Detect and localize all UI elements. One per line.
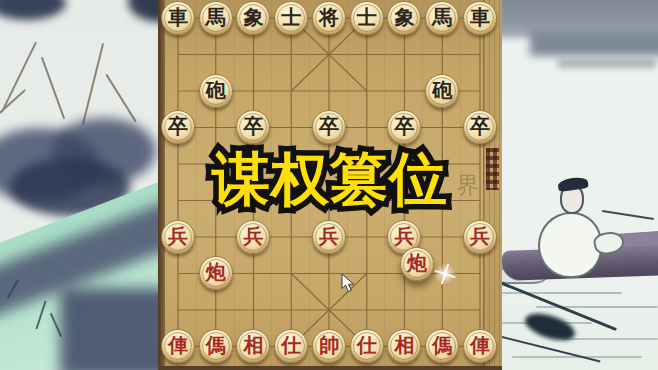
intersection-c3[interactable] (235, 255, 273, 292)
intersection-b1[interactable]: 傌 (197, 328, 235, 365)
ink-branch (41, 57, 65, 120)
intersection-h8[interactable]: 砲 (423, 73, 461, 110)
intersection-a4[interactable]: 兵 (159, 219, 197, 256)
intersection-b9[interactable] (197, 36, 235, 73)
intersection-i10[interactable]: 車 (461, 0, 499, 36)
piece-red-俥[interactable]: 俥 (161, 329, 195, 363)
intersection-h7[interactable] (423, 109, 461, 146)
ink-foliage-top (0, 0, 66, 20)
fisherman-hat (557, 176, 588, 192)
intersection-c9[interactable] (235, 36, 273, 73)
piece-red-仕[interactable]: 仕 (274, 329, 308, 363)
intersection-c2[interactable] (235, 292, 273, 329)
intersection-b8[interactable]: 砲 (197, 73, 235, 110)
intersection-g7[interactable]: 卒 (386, 109, 424, 146)
piece-black-卒[interactable]: 卒 (463, 110, 497, 144)
intersection-a9[interactable] (159, 36, 197, 73)
intersection-f4[interactable] (348, 219, 386, 256)
intersection-a7[interactable]: 卒 (159, 109, 197, 146)
intersection-b7[interactable] (197, 109, 235, 146)
intersection-i8[interactable] (461, 73, 499, 110)
piece-black-士[interactable]: 士 (274, 1, 308, 35)
intersection-g10[interactable]: 象 (386, 0, 424, 36)
piece-black-砲[interactable]: 砲 (425, 74, 459, 108)
piece-red-兵[interactable]: 兵 (236, 220, 270, 254)
fishing-rod (602, 210, 654, 220)
intersection-f7[interactable] (348, 109, 386, 146)
piece-black-将[interactable]: 将 (312, 1, 346, 35)
intersection-h10[interactable]: 馬 (423, 0, 461, 36)
piece-black-卒[interactable]: 卒 (312, 110, 346, 144)
intersection-c4[interactable]: 兵 (235, 219, 273, 256)
ink-hill-shadow (60, 288, 158, 370)
intersection-d1[interactable]: 仕 (272, 328, 310, 365)
click-sparkle-effect (434, 263, 456, 285)
piece-red-兵[interactable]: 兵 (463, 220, 497, 254)
piece-black-馬[interactable]: 馬 (425, 1, 459, 35)
piece-red-相[interactable]: 相 (236, 329, 270, 363)
intersection-e4[interactable]: 兵 (310, 219, 348, 256)
intersection-f1[interactable]: 仕 (348, 328, 386, 365)
piece-red-相[interactable]: 相 (387, 329, 421, 363)
intersection-i4[interactable]: 兵 (461, 219, 499, 256)
piece-red-炮[interactable]: 炮 (199, 256, 233, 290)
intersection-e7[interactable]: 卒 (310, 109, 348, 146)
intersection-e9[interactable] (310, 36, 348, 73)
intersection-g2[interactable] (386, 292, 424, 329)
intersection-a8[interactable] (159, 73, 197, 110)
intersection-h4[interactable] (423, 219, 461, 256)
intersection-f8[interactable] (348, 73, 386, 110)
intersection-e8[interactable] (310, 73, 348, 110)
piece-black-車[interactable]: 車 (161, 1, 195, 35)
intersection-g9[interactable] (386, 36, 424, 73)
ink-foliage-top (128, 0, 158, 22)
piece-red-帥[interactable]: 帥 (312, 329, 346, 363)
intersection-c7[interactable]: 卒 (235, 109, 273, 146)
intersection-d9[interactable] (272, 36, 310, 73)
intersection-e2[interactable] (310, 292, 348, 329)
piece-red-cannon-moving[interactable]: 炮 (400, 247, 434, 281)
intersection-e1[interactable]: 帥 (310, 328, 348, 365)
ink-branch (105, 74, 136, 123)
ink-painting-left (0, 0, 158, 370)
intersection-b2[interactable] (197, 292, 235, 329)
intersection-g8[interactable] (386, 73, 424, 110)
ink-cloud (530, 30, 658, 56)
piece-red-仕[interactable]: 仕 (350, 329, 384, 363)
piece-red-傌[interactable]: 傌 (199, 329, 233, 363)
intersection-h1[interactable]: 傌 (423, 328, 461, 365)
ink-branch (1, 42, 37, 113)
title-overlay: 谋权篡位 (150, 148, 510, 212)
intersection-h2[interactable] (423, 292, 461, 329)
intersection-h9[interactable] (423, 36, 461, 73)
video-frame: 楚 河 漢 界 車馬象士将士象馬車砲砲卒卒卒卒卒兵兵兵兵兵炮俥傌相仕帥仕相傌俥 … (0, 0, 658, 370)
water-stroke (562, 338, 658, 340)
piece-black-象[interactable]: 象 (387, 1, 421, 35)
intersection-c1[interactable]: 相 (235, 328, 273, 365)
intersection-i9[interactable] (461, 36, 499, 73)
intersection-b3[interactable]: 炮 (197, 255, 235, 292)
intersection-d7[interactable] (272, 109, 310, 146)
ink-cloud-streak (557, 58, 657, 68)
piece-red-兵[interactable]: 兵 (312, 220, 346, 254)
piece-red-俥[interactable]: 俥 (463, 329, 497, 363)
piece-black-卒[interactable]: 卒 (387, 110, 421, 144)
intersection-f2[interactable] (348, 292, 386, 329)
mouse-cursor-icon (341, 273, 355, 293)
intersection-a10[interactable]: 車 (159, 0, 197, 36)
intersection-f9[interactable] (348, 36, 386, 73)
intersection-d2[interactable] (272, 292, 310, 329)
intersection-i2[interactable] (461, 292, 499, 329)
piece-red-兵[interactable]: 兵 (161, 220, 195, 254)
ink-branch (0, 89, 26, 131)
piece-black-象[interactable]: 象 (236, 1, 270, 35)
intersection-c8[interactable] (235, 73, 273, 110)
intersection-e10[interactable]: 将 (310, 0, 348, 36)
intersection-d10[interactable]: 士 (272, 0, 310, 36)
intersection-b10[interactable]: 馬 (197, 0, 235, 36)
intersection-i7[interactable]: 卒 (461, 109, 499, 146)
piece-black-車[interactable]: 車 (463, 1, 497, 35)
ink-branch (82, 43, 104, 125)
intersection-a2[interactable] (159, 292, 197, 329)
intersection-b4[interactable] (197, 219, 235, 256)
intersection-g1[interactable]: 相 (386, 328, 424, 365)
intersection-d3[interactable] (272, 255, 310, 292)
intersection-d4[interactable] (272, 219, 310, 256)
intersection-a1[interactable]: 俥 (159, 328, 197, 365)
piece-black-馬[interactable]: 馬 (199, 1, 233, 35)
fisherman-body (538, 212, 602, 278)
intersection-a3[interactable] (159, 255, 197, 292)
intersection-c10[interactable]: 象 (235, 0, 273, 36)
ink-painting-right (502, 0, 658, 370)
intersection-i3[interactable] (461, 255, 499, 292)
piece-red-傌[interactable]: 傌 (425, 329, 459, 363)
piece-black-砲[interactable]: 砲 (199, 74, 233, 108)
intersection-f10[interactable]: 士 (348, 0, 386, 36)
piece-black-卒[interactable]: 卒 (161, 110, 195, 144)
intersection-i1[interactable]: 俥 (461, 328, 499, 365)
intersection-d8[interactable] (272, 73, 310, 110)
piece-black-卒[interactable]: 卒 (236, 110, 270, 144)
piece-black-士[interactable]: 士 (350, 1, 384, 35)
